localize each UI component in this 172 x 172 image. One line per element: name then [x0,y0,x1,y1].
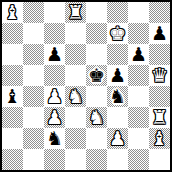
square-a6[interactable] [2,44,23,65]
square-f6[interactable] [107,44,128,65]
square-c2[interactable]: ♞ [44,128,65,149]
square-c5[interactable] [44,65,65,86]
square-e2[interactable] [86,128,107,149]
square-c3[interactable]: ♟ [44,107,65,128]
piece-black-pawn: ♟ [130,44,147,65]
square-f4[interactable]: ♞ [107,86,128,107]
square-h3[interactable]: ♜ [149,107,170,128]
square-f5[interactable]: ♟ [107,65,128,86]
square-g1[interactable] [128,149,149,170]
square-f2[interactable]: ♟ [107,128,128,149]
square-c6[interactable]: ♟ [44,44,65,65]
square-h4[interactable] [149,86,170,107]
square-a7[interactable] [2,23,23,44]
square-a4[interactable]: ♝ [2,86,23,107]
square-e3[interactable]: ♞ [86,107,107,128]
square-f8[interactable] [107,2,128,23]
square-b4[interactable] [23,86,44,107]
square-a2[interactable] [2,128,23,149]
piece-white-pawn: ♟ [46,107,63,128]
square-e7[interactable] [86,23,107,44]
square-e6[interactable] [86,44,107,65]
square-b6[interactable] [23,44,44,65]
square-b2[interactable] [23,128,44,149]
square-a1[interactable] [2,149,23,170]
square-g5[interactable] [128,65,149,86]
chessboard: ♝♜♚♟♟♟♚♟♛♝♟♞♞♟♞♜♞♟♝ [0,0,172,172]
square-f1[interactable] [107,149,128,170]
square-e1[interactable] [86,149,107,170]
square-b7[interactable] [23,23,44,44]
piece-white-pawn: ♟ [109,128,126,149]
square-f7[interactable]: ♚ [107,23,128,44]
square-f3[interactable] [107,107,128,128]
square-h8[interactable] [149,2,170,23]
piece-white-king: ♚ [109,23,126,44]
square-d7[interactable] [65,23,86,44]
square-d3[interactable] [65,107,86,128]
piece-black-pawn: ♟ [151,23,168,44]
piece-white-bishop: ♝ [4,2,21,23]
square-e4[interactable] [86,86,107,107]
piece-black-knight: ♞ [109,86,126,107]
piece-white-rook: ♜ [67,2,84,23]
piece-white-rook: ♜ [151,107,168,128]
square-h2[interactable]: ♝ [149,128,170,149]
piece-black-king: ♚ [88,65,105,86]
square-a5[interactable] [2,65,23,86]
piece-black-pawn: ♟ [109,65,126,86]
square-b8[interactable] [23,2,44,23]
piece-black-pawn: ♟ [46,44,63,65]
square-b3[interactable] [23,107,44,128]
square-d5[interactable] [65,65,86,86]
square-h1[interactable] [149,149,170,170]
piece-white-bishop: ♝ [151,128,168,149]
square-h7[interactable]: ♟ [149,23,170,44]
square-d2[interactable] [65,128,86,149]
square-g4[interactable] [128,86,149,107]
square-a8[interactable]: ♝ [2,2,23,23]
piece-black-knight: ♞ [46,128,63,149]
square-h5[interactable]: ♛ [149,65,170,86]
piece-white-knight: ♞ [67,86,84,107]
piece-white-queen: ♛ [151,65,168,86]
square-a3[interactable] [2,107,23,128]
square-d1[interactable] [65,149,86,170]
square-h6[interactable] [149,44,170,65]
square-g8[interactable] [128,2,149,23]
square-c4[interactable]: ♟ [44,86,65,107]
square-c1[interactable] [44,149,65,170]
square-e8[interactable] [86,2,107,23]
square-g6[interactable]: ♟ [128,44,149,65]
square-g2[interactable] [128,128,149,149]
square-g7[interactable] [128,23,149,44]
piece-white-pawn: ♟ [46,86,63,107]
square-c8[interactable] [44,2,65,23]
square-b1[interactable] [23,149,44,170]
square-g3[interactable] [128,107,149,128]
piece-white-knight: ♞ [88,107,105,128]
square-b5[interactable] [23,65,44,86]
piece-black-bishop: ♝ [4,86,21,107]
square-d8[interactable]: ♜ [65,2,86,23]
square-c7[interactable] [44,23,65,44]
square-e5[interactable]: ♚ [86,65,107,86]
square-d6[interactable] [65,44,86,65]
square-d4[interactable]: ♞ [65,86,86,107]
